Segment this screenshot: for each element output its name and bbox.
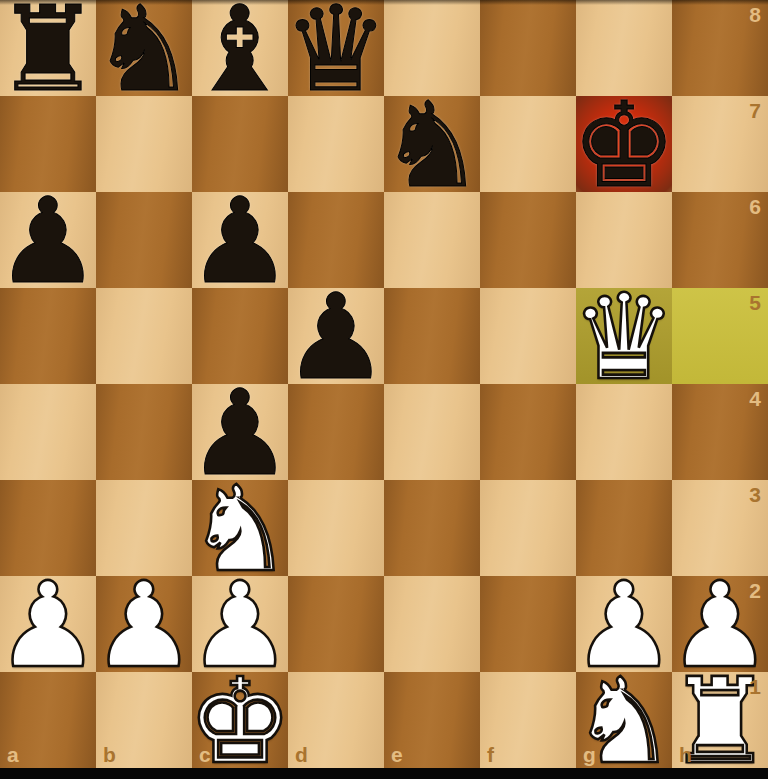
square-e3[interactable] xyxy=(384,480,480,576)
white-knight[interactable]: ♞ xyxy=(576,673,672,769)
white-pawn[interactable]: ♟ xyxy=(96,577,192,673)
white-king[interactable]: ♚ xyxy=(192,673,288,769)
square-f3[interactable] xyxy=(480,480,576,576)
square-f1[interactable]: f xyxy=(480,672,576,768)
square-e6[interactable] xyxy=(384,192,480,288)
square-e5[interactable] xyxy=(384,288,480,384)
square-b8[interactable]: ♞ xyxy=(96,0,192,96)
square-c1[interactable]: ♚c xyxy=(192,672,288,768)
file-label-a: a xyxy=(7,744,19,765)
black-bishop[interactable]: ♝ xyxy=(192,1,288,97)
square-d2[interactable] xyxy=(288,576,384,672)
square-b1[interactable]: b xyxy=(96,672,192,768)
square-b5[interactable] xyxy=(96,288,192,384)
black-king[interactable]: ♚ xyxy=(576,97,672,193)
square-b7[interactable] xyxy=(96,96,192,192)
square-h6[interactable]: 6 xyxy=(672,192,768,288)
square-a6[interactable]: ♟ xyxy=(0,192,96,288)
black-knight[interactable]: ♞ xyxy=(96,1,192,97)
square-d7[interactable] xyxy=(288,96,384,192)
square-h5[interactable]: 5 xyxy=(672,288,768,384)
rank-label-6: 6 xyxy=(749,196,761,217)
black-pawn[interactable]: ♟ xyxy=(192,193,288,289)
square-g7[interactable]: ♚ xyxy=(576,96,672,192)
rank-label-3: 3 xyxy=(749,484,761,505)
white-queen[interactable]: ♛ xyxy=(576,289,672,385)
black-knight[interactable]: ♞ xyxy=(384,97,480,193)
rank-label-5: 5 xyxy=(749,292,761,313)
square-g4[interactable] xyxy=(576,384,672,480)
black-pawn[interactable]: ♟ xyxy=(288,289,384,385)
square-d8[interactable]: ♛ xyxy=(288,0,384,96)
file-label-e: e xyxy=(391,744,403,765)
square-a8[interactable]: ♜ xyxy=(0,0,96,96)
square-g5[interactable]: ♛ xyxy=(576,288,672,384)
file-label-d: d xyxy=(295,744,308,765)
rank-label-8: 8 xyxy=(749,4,761,25)
square-g1[interactable]: ♞g xyxy=(576,672,672,768)
square-b4[interactable] xyxy=(96,384,192,480)
file-label-f: f xyxy=(487,744,494,765)
square-a2[interactable]: ♟ xyxy=(0,576,96,672)
square-f4[interactable] xyxy=(480,384,576,480)
square-h8[interactable]: 8 xyxy=(672,0,768,96)
square-b6[interactable] xyxy=(96,192,192,288)
square-a5[interactable] xyxy=(0,288,96,384)
square-d5[interactable]: ♟ xyxy=(288,288,384,384)
square-h1[interactable]: ♜1h xyxy=(672,672,768,768)
black-rook[interactable]: ♜ xyxy=(0,1,96,97)
black-pawn[interactable]: ♟ xyxy=(0,193,96,289)
chessboard: ♜♞♝♛8♞♚7♟♟6♟♛5♟4♞3♟♟♟♟♟2ab♚cdef♞g♜1h xyxy=(0,0,768,768)
square-h4[interactable]: 4 xyxy=(672,384,768,480)
black-queen[interactable]: ♛ xyxy=(288,1,384,97)
square-a4[interactable] xyxy=(0,384,96,480)
square-b2[interactable]: ♟ xyxy=(96,576,192,672)
white-pawn[interactable]: ♟ xyxy=(0,577,96,673)
square-f5[interactable] xyxy=(480,288,576,384)
file-label-b: b xyxy=(103,744,116,765)
square-c8[interactable]: ♝ xyxy=(192,0,288,96)
white-rook[interactable]: ♜ xyxy=(672,673,768,769)
square-e7[interactable]: ♞ xyxy=(384,96,480,192)
square-f2[interactable] xyxy=(480,576,576,672)
rank-label-7: 7 xyxy=(749,100,761,121)
rank-label-4: 4 xyxy=(749,388,761,409)
square-c6[interactable]: ♟ xyxy=(192,192,288,288)
square-f7[interactable] xyxy=(480,96,576,192)
square-a1[interactable]: a xyxy=(0,672,96,768)
square-e1[interactable]: e xyxy=(384,672,480,768)
square-e4[interactable] xyxy=(384,384,480,480)
chess-app: ♜♞♝♛8♞♚7♟♟6♟♛5♟4♞3♟♟♟♟♟2ab♚cdef♞g♜1h xyxy=(0,0,768,779)
square-f8[interactable] xyxy=(480,0,576,96)
square-d4[interactable] xyxy=(288,384,384,480)
square-e2[interactable] xyxy=(384,576,480,672)
square-d3[interactable] xyxy=(288,480,384,576)
square-d1[interactable]: d xyxy=(288,672,384,768)
square-h7[interactable]: 7 xyxy=(672,96,768,192)
square-f6[interactable] xyxy=(480,192,576,288)
